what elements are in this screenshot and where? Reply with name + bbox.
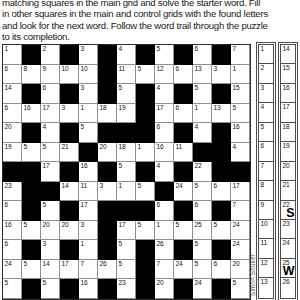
grid-cell-r10c1[interactable]: 16 bbox=[3, 221, 22, 241]
grid-cell-r10c10[interactable]: 5 bbox=[174, 221, 193, 241]
control-cell-7[interactable]: 7 bbox=[259, 162, 273, 181]
grid-cell-r10c11[interactable]: 25 bbox=[193, 221, 212, 241]
cell-number-label: 16 bbox=[283, 84, 290, 92]
grid-cell-r4c10[interactable]: 6 bbox=[174, 104, 193, 124]
cell-number-label: 7 bbox=[233, 45, 236, 53]
grid-cell-r12c2[interactable]: 5 bbox=[22, 260, 41, 280]
grid-cell-r13c1[interactable]: 5 bbox=[3, 279, 22, 299]
black-cell-r11c4 bbox=[60, 240, 79, 260]
grid-cell-r7c5[interactable]: 16 bbox=[79, 162, 98, 182]
cell-number-label: 24 bbox=[233, 240, 240, 248]
grid-cell-r13c9[interactable]: 20 bbox=[155, 279, 174, 299]
cell-number-label: 6 bbox=[43, 84, 46, 92]
grid-cell-r2c8[interactable]: 5 bbox=[136, 65, 155, 85]
grid-cell-r8c11[interactable]: 5 bbox=[193, 182, 212, 202]
instructions-text: matching squares in the main grid and so… bbox=[2, 0, 300, 43]
cell-number-label: 5 bbox=[81, 123, 84, 131]
grid-cell-r9c13[interactable]: 7 bbox=[231, 201, 250, 221]
cell-number-label: 6 bbox=[157, 123, 160, 131]
cell-number-label: 11 bbox=[81, 182, 87, 190]
grid-cell-r10c12[interactable]: 5 bbox=[212, 221, 231, 241]
cell-number-label: 5 bbox=[214, 221, 217, 229]
grid-cell-r12c12[interactable]: 6 bbox=[212, 260, 231, 280]
black-cell-r9c10 bbox=[174, 201, 193, 221]
cell-number-label: 16 bbox=[24, 104, 31, 112]
control-cell-4[interactable]: 4 bbox=[259, 103, 273, 122]
cell-number-label: 6 bbox=[261, 142, 264, 150]
grid-cell-r2c9[interactable]: 12 bbox=[155, 65, 174, 85]
control-cell-25[interactable]: 25W bbox=[281, 259, 295, 278]
grid-cell-r5c11[interactable]: 4 bbox=[193, 123, 212, 143]
cell-number-label: 18 bbox=[100, 104, 107, 112]
cell-number-label: 6 bbox=[5, 65, 8, 73]
grid-cell-r2c5[interactable]: 10 bbox=[79, 65, 98, 85]
grid-cell-r10c7[interactable]: 17 bbox=[117, 221, 136, 241]
cell-number-label: 18 bbox=[119, 143, 126, 151]
control-cell-24[interactable]: 24 bbox=[281, 239, 295, 258]
cell-number-label: 6 bbox=[5, 201, 8, 209]
grid-cell-r1c3[interactable]: 2 bbox=[41, 45, 60, 65]
grid-cell-r4c5[interactable]: 1 bbox=[79, 104, 98, 124]
control-cell-21[interactable]: 21 bbox=[281, 181, 295, 200]
black-cell-r3c4 bbox=[60, 84, 79, 104]
cell-number-label: 16 bbox=[5, 221, 12, 229]
black-cell-r6c12 bbox=[212, 143, 231, 163]
black-cell-r13c6 bbox=[98, 279, 117, 299]
grid-cell-r8c1[interactable]: 23 bbox=[3, 182, 22, 202]
grid-cell-r2c10[interactable]: 6 bbox=[174, 65, 193, 85]
cell-number-label: 1 bbox=[81, 240, 84, 248]
black-cell-r13c8 bbox=[136, 279, 155, 299]
grid-cell-r1c1[interactable]: 1 bbox=[3, 45, 22, 65]
grid-cell-r6c6[interactable]: 20 bbox=[98, 143, 117, 163]
cell-number-label: 9 bbox=[43, 65, 46, 73]
black-cell-r9c7 bbox=[117, 201, 136, 221]
grid-cell-r7c9[interactable]: 4 bbox=[155, 162, 174, 182]
grid-cell-r11c13[interactable]: 24 bbox=[231, 240, 250, 260]
cell-number-label: 6 bbox=[195, 45, 198, 53]
cell-number-label: 16 bbox=[233, 123, 240, 131]
grid-cell-r8c7[interactable]: 1 bbox=[117, 182, 136, 202]
cell-number-label: 5 bbox=[43, 279, 46, 287]
grid-cell-r13c5[interactable]: 16 bbox=[79, 279, 98, 299]
cell-number-label: 11 bbox=[176, 143, 182, 151]
cell-number-label: 5 bbox=[24, 143, 27, 151]
cell-number-label: 1 bbox=[81, 104, 84, 112]
control-cell-15[interactable]: 15 bbox=[281, 64, 295, 83]
control-grid-right: 141516171819202122S232425W26 bbox=[280, 44, 296, 299]
grid-cell-r6c3[interactable]: 5 bbox=[41, 143, 60, 163]
cell-number-label: 5 bbox=[43, 143, 46, 151]
cell-number-label: 1 bbox=[119, 182, 122, 190]
control-cell-3[interactable]: 3 bbox=[259, 84, 273, 103]
grid-cell-r2c4[interactable]: 10 bbox=[60, 65, 79, 85]
cell-number-label: 16 bbox=[157, 143, 164, 151]
control-cell-6[interactable]: 6 bbox=[259, 142, 273, 161]
cell-number-label: 2 bbox=[261, 64, 264, 72]
grid-cell-r8c4[interactable]: 14 bbox=[60, 182, 79, 202]
control-cell-5[interactable]: 5 bbox=[259, 123, 273, 142]
cell-number-label: 19 bbox=[5, 143, 12, 151]
black-cell-r5c6 bbox=[98, 123, 117, 143]
black-cell-r10c6 bbox=[98, 221, 117, 241]
cell-number-label: 12 bbox=[261, 259, 268, 267]
grid-cell-r5c1[interactable]: 20 bbox=[3, 123, 22, 143]
black-cell-r9c2 bbox=[22, 201, 41, 221]
cell-number-label: 24 bbox=[176, 182, 183, 190]
grid-cell-r6c10[interactable]: 11 bbox=[174, 143, 193, 163]
cell-number-label: 20 bbox=[43, 221, 50, 229]
grid-cell-r3c3[interactable]: 6 bbox=[41, 84, 60, 104]
cell-number-label: 17 bbox=[81, 201, 88, 209]
cell-number-label: 3 bbox=[43, 240, 46, 248]
cell-number-label: 11 bbox=[119, 65, 125, 73]
cell-number-label: 26 bbox=[283, 278, 290, 286]
grid-cell-r1c9[interactable]: 5 bbox=[155, 45, 174, 65]
cell-number-label: 6 bbox=[214, 182, 217, 190]
black-cell-r1c10 bbox=[174, 45, 193, 65]
grid-cell-r12c9[interactable]: 7 bbox=[155, 260, 174, 280]
cell-number-label: 5 bbox=[233, 279, 236, 287]
black-cell-r7c4 bbox=[60, 162, 79, 182]
cell-number-label: 1 bbox=[261, 45, 264, 53]
cell-number-label: 5 bbox=[138, 65, 141, 73]
grid-cell-r3c1[interactable]: 14 bbox=[3, 84, 22, 104]
control-cell-8[interactable]: 8 bbox=[259, 181, 273, 200]
grid-cell-r4c6[interactable]: 18 bbox=[98, 104, 117, 124]
cell-number-label: 18 bbox=[283, 123, 290, 131]
cell-number-label: 5 bbox=[119, 260, 122, 268]
grid-cell-r11c7[interactable]: 5 bbox=[117, 240, 136, 260]
cell-number-label: 10 bbox=[81, 65, 88, 73]
cell-number-label: 4 bbox=[195, 123, 198, 131]
black-cell-r9c12 bbox=[212, 201, 231, 221]
black-cell-r7c2 bbox=[22, 162, 41, 182]
control-cell-20[interactable]: 20 bbox=[281, 162, 295, 181]
cell-number-label: 14 bbox=[283, 45, 290, 53]
grid-cell-r3c9[interactable]: 4 bbox=[155, 84, 174, 104]
grid-cell-r4c13[interactable]: 5 bbox=[231, 104, 250, 124]
grid-cell-r12c11[interactable]: 5 bbox=[193, 260, 212, 280]
cell-number-label: 7 bbox=[233, 201, 236, 209]
black-cell-r8c3 bbox=[41, 182, 60, 202]
cell-number-label: 20 bbox=[100, 143, 107, 151]
grid-cell-r9c9[interactable]: 6 bbox=[155, 201, 174, 221]
grid-cell-r3c11[interactable]: 5 bbox=[193, 84, 212, 104]
grid-cell-r5c3[interactable]: 4 bbox=[41, 123, 60, 143]
black-cell-r4c8 bbox=[136, 104, 155, 124]
black-cell-r5c7 bbox=[117, 123, 136, 143]
cell-number-label: 17 bbox=[43, 104, 50, 112]
grid-cell-r5c9[interactable]: 6 bbox=[155, 123, 174, 143]
grid-cell-r4c7[interactable]: 19 bbox=[117, 104, 136, 124]
cell-number-label: 5 bbox=[24, 221, 27, 229]
cell-number-label: 14 bbox=[43, 260, 50, 268]
grid-cell-r2c7[interactable]: 11 bbox=[117, 65, 136, 85]
control-cell-18[interactable]: 18 bbox=[281, 123, 295, 142]
grid-cell-r13c3[interactable]: 5 bbox=[41, 279, 60, 299]
grid-cell-r10c8[interactable]: 5 bbox=[136, 221, 155, 241]
cell-number-label: 3 bbox=[81, 221, 84, 229]
control-cell-22[interactable]: 22S bbox=[281, 201, 295, 220]
cell-number-label: 8 bbox=[24, 65, 27, 73]
black-cell-r13c10 bbox=[174, 279, 193, 299]
grid-cell-r6c8[interactable]: 1 bbox=[136, 143, 155, 163]
grid-cell-r13c13[interactable]: 5 bbox=[231, 279, 250, 299]
grid-cell-r8c10[interactable]: 24 bbox=[174, 182, 193, 202]
cell-number-label: 5 bbox=[176, 221, 179, 229]
grid-cell-r10c4[interactable]: 20 bbox=[60, 221, 79, 241]
grid-cell-r8c12[interactable]: 6 bbox=[212, 182, 231, 202]
grid-cell-r6c13[interactable]: 4 bbox=[231, 143, 250, 163]
grid-cell-r10c5[interactable]: 3 bbox=[79, 221, 98, 241]
grid-cell-r10c2[interactable]: 5 bbox=[22, 221, 41, 241]
cell-number-label: 25 bbox=[195, 221, 202, 229]
starter-letter-W: W bbox=[283, 265, 295, 277]
cell-number-label: 2 bbox=[43, 45, 46, 53]
cell-number-label: 7 bbox=[81, 260, 84, 268]
black-cell-r1c2 bbox=[22, 45, 41, 65]
grid-cell-r13c7[interactable]: 23 bbox=[117, 279, 136, 299]
black-cell-r7c12 bbox=[212, 162, 231, 182]
black-cell-r13c12 bbox=[212, 279, 231, 299]
control-cell-10[interactable]: 10 bbox=[259, 220, 273, 239]
grid-cell-r1c13[interactable]: 7 bbox=[231, 45, 250, 65]
grid-cell-r12c13[interactable]: 20 bbox=[231, 260, 250, 280]
grid-cell-r6c4[interactable]: 21 bbox=[60, 143, 79, 163]
cell-number-label: 7 bbox=[157, 260, 160, 268]
grid-cell-r12c1[interactable]: 24 bbox=[3, 260, 22, 280]
grid-cell-r6c9[interactable]: 16 bbox=[155, 143, 174, 163]
cell-number-label: 1 bbox=[5, 45, 8, 53]
control-grid-left-frame: 12345678910111213 bbox=[256, 42, 276, 300]
grid-cell-r11c3[interactable]: 3 bbox=[41, 240, 60, 260]
grid-cell-r3c7[interactable]: 5 bbox=[117, 84, 136, 104]
black-cell-r3c10 bbox=[174, 84, 193, 104]
grid-cell-r8c5[interactable]: 11 bbox=[79, 182, 98, 202]
cell-number-label: 24 bbox=[283, 239, 290, 247]
cell-number-label: 5 bbox=[157, 45, 160, 53]
cell-number-label: 3 bbox=[214, 65, 217, 73]
grid-cell-r12c3[interactable]: 14 bbox=[41, 260, 60, 280]
grid-cell-r3c13[interactable]: 15 bbox=[231, 84, 250, 104]
grid-cell-r6c1[interactable]: 19 bbox=[3, 143, 22, 163]
control-cell-17[interactable]: 17 bbox=[281, 103, 295, 122]
grid-cell-r13c11[interactable]: 24 bbox=[193, 279, 212, 299]
control-cell-19[interactable]: 19 bbox=[281, 142, 295, 161]
grid-cell-r8c8[interactable]: 5 bbox=[136, 182, 155, 202]
cell-number-label: 16 bbox=[81, 162, 88, 170]
cell-number-label: 20 bbox=[233, 260, 240, 268]
black-cell-r8c2 bbox=[22, 182, 41, 202]
cell-number-label: 17 bbox=[157, 104, 164, 112]
cell-number-label: 5 bbox=[195, 260, 198, 268]
black-cell-r11c8 bbox=[136, 240, 155, 260]
grid-cell-r5c5[interactable]: 5 bbox=[79, 123, 98, 143]
cell-number-label: 5 bbox=[119, 84, 122, 92]
grid-cell-r11c9[interactable]: 26 bbox=[155, 240, 174, 260]
control-cell-12[interactable]: 12 bbox=[259, 259, 273, 278]
cell-number-label: 4 bbox=[157, 84, 160, 92]
grid-cell-r9c3[interactable]: 5 bbox=[41, 201, 60, 221]
grid-cell-r12c10[interactable]: 24 bbox=[174, 260, 193, 280]
cell-number-label: 3 bbox=[100, 182, 103, 190]
black-cell-r2c6 bbox=[98, 65, 117, 85]
grid-cell-r7c7[interactable]: 5 bbox=[117, 162, 136, 182]
cell-number-label: 8 bbox=[261, 181, 264, 189]
control-cell-23[interactable]: 23 bbox=[281, 220, 295, 239]
cell-number-label: 5 bbox=[195, 84, 198, 92]
cell-number-label: 19 bbox=[283, 142, 290, 150]
black-cell-r6c5 bbox=[79, 143, 98, 163]
cell-number-label: 6 bbox=[5, 104, 8, 112]
cell-number-label: 20 bbox=[5, 123, 12, 131]
grid-cell-r4c4[interactable]: 3 bbox=[60, 104, 79, 124]
grid-cell-r4c9[interactable]: 17 bbox=[155, 104, 174, 124]
instructions-line-3: and look for the next word. Follow the w… bbox=[2, 20, 300, 31]
grid-cell-r5c13[interactable]: 16 bbox=[231, 123, 250, 143]
cell-number-label: 1 bbox=[195, 104, 198, 112]
cell-number-label: 13 bbox=[261, 278, 268, 286]
grid-cell-r4c12[interactable]: 13 bbox=[212, 104, 231, 124]
grid-cell-r2c13[interactable]: 1 bbox=[231, 65, 250, 85]
cell-number-label: 10 bbox=[62, 65, 69, 73]
grid-cell-r1c7[interactable]: 4 bbox=[117, 45, 136, 65]
black-cell-r3c2 bbox=[22, 84, 41, 104]
cell-number-label: 5 bbox=[119, 240, 122, 248]
instructions-line-1: matching squares in the main grid and so… bbox=[2, 0, 300, 8]
grid-cell-r12c5[interactable]: 7 bbox=[79, 260, 98, 280]
grid-cell-r9c5[interactable]: 17 bbox=[79, 201, 98, 221]
grid-cell-r9c11[interactable]: 6 bbox=[193, 201, 212, 221]
cell-number-label: 17 bbox=[119, 221, 126, 229]
grid-cell-r6c2[interactable]: 5 bbox=[22, 143, 41, 163]
cell-number-label: 6 bbox=[195, 201, 198, 209]
grid-cell-r4c1[interactable]: 6 bbox=[3, 104, 22, 124]
black-cell-r7c13 bbox=[231, 162, 250, 182]
cell-number-label: 3 bbox=[81, 45, 84, 53]
grid-cell-r10c13[interactable]: 24 bbox=[231, 221, 250, 241]
cell-number-label: 5 bbox=[261, 123, 264, 131]
cell-number-label: 15 bbox=[283, 64, 290, 72]
grid-cell-r9c1[interactable]: 6 bbox=[3, 201, 22, 221]
black-cell-r11c12 bbox=[212, 240, 231, 260]
grid-cell-r2c12[interactable]: 3 bbox=[212, 65, 231, 85]
cell-number-label: 4 bbox=[43, 123, 46, 131]
control-cell-1[interactable]: 1 bbox=[259, 45, 273, 64]
control-cell-14[interactable]: 14 bbox=[281, 45, 295, 64]
grid-cell-r11c5[interactable]: 1 bbox=[79, 240, 98, 260]
grid-cell-r7c3[interactable]: 17 bbox=[41, 162, 60, 182]
cell-number-label: 20 bbox=[157, 279, 164, 287]
cell-number-label: 5 bbox=[233, 104, 236, 112]
cell-number-label: 4 bbox=[157, 162, 160, 170]
main-grid: 1234567689101011512613311463545156161731… bbox=[2, 44, 251, 300]
control-cell-16[interactable]: 16 bbox=[281, 84, 295, 103]
grid-cell-r8c6[interactable]: 3 bbox=[98, 182, 117, 202]
grid-cell-r4c3[interactable]: 17 bbox=[41, 104, 60, 124]
black-cell-r1c12 bbox=[212, 45, 231, 65]
cell-number-label: 5 bbox=[119, 162, 122, 170]
grid-cell-r8c13[interactable]: 17 bbox=[231, 182, 250, 202]
black-cell-r12c8 bbox=[136, 260, 155, 280]
grid-cell-r2c11[interactable]: 13 bbox=[193, 65, 212, 85]
cell-number-label: 5 bbox=[24, 260, 27, 268]
control-cell-13[interactable]: 13 bbox=[259, 278, 273, 297]
control-grid-right-frame: 141516171819202122S232425W26 bbox=[278, 42, 298, 300]
control-cell-11[interactable]: 11 bbox=[259, 239, 273, 258]
cell-number-label: 5 bbox=[5, 279, 8, 287]
cell-number-label: 5 bbox=[195, 182, 198, 190]
cell-number-label: 6 bbox=[214, 260, 217, 268]
grid-cell-r2c1[interactable]: 6 bbox=[3, 65, 22, 85]
grid-cell-r7c11[interactable]: 22 bbox=[193, 162, 212, 182]
cell-number-label: 4 bbox=[233, 143, 236, 151]
grid-cell-r3c5[interactable]: 3 bbox=[79, 84, 98, 104]
cell-number-label: 26 bbox=[100, 260, 107, 268]
grid-cell-r2c2[interactable]: 8 bbox=[22, 65, 41, 85]
cell-number-label: 17 bbox=[233, 182, 240, 190]
control-cell-26[interactable]: 26 bbox=[281, 278, 295, 297]
cell-number-label: 6 bbox=[5, 240, 8, 248]
black-cell-r6c11 bbox=[193, 143, 212, 163]
cell-number-label: 24 bbox=[5, 260, 12, 268]
grid-cell-r1c11[interactable]: 6 bbox=[193, 45, 212, 65]
grid-cell-r2c3[interactable]: 9 bbox=[41, 65, 60, 85]
grid-cell-r12c4[interactable]: 17 bbox=[60, 260, 79, 280]
grid-cell-r12c6[interactable]: 26 bbox=[98, 260, 117, 280]
black-cell-r7c10 bbox=[174, 162, 193, 182]
grid-cell-r1c5[interactable]: 3 bbox=[79, 45, 98, 65]
cell-number-label: 5 bbox=[43, 201, 46, 209]
black-cell-r11c2 bbox=[22, 240, 41, 260]
grid-cell-r6c7[interactable]: 18 bbox=[117, 143, 136, 163]
control-cell-9[interactable]: 9 bbox=[259, 201, 273, 220]
cell-number-label: 7 bbox=[261, 162, 264, 170]
grid-cell-r4c11[interactable]: 1 bbox=[193, 104, 212, 124]
cell-number-label: 23 bbox=[5, 182, 12, 190]
black-cell-r1c4 bbox=[60, 45, 79, 65]
cell-number-label: 13 bbox=[214, 104, 221, 112]
cell-number-label: 21 bbox=[62, 143, 69, 151]
grid-cell-r10c3[interactable]: 20 bbox=[41, 221, 60, 241]
cell-number-label: 13 bbox=[195, 65, 202, 73]
cell-number-label: 23 bbox=[119, 279, 126, 287]
starter-letter-S: S bbox=[286, 207, 294, 219]
control-cell-2[interactable]: 2 bbox=[259, 64, 273, 83]
grid-cell-r11c11[interactable]: 5 bbox=[193, 240, 212, 260]
cell-number-label: 22 bbox=[195, 162, 202, 170]
grid-cell-r4c2[interactable]: 16 bbox=[22, 104, 41, 124]
cell-number-label: 20 bbox=[62, 221, 69, 229]
grid-cell-r11c1[interactable]: 6 bbox=[3, 240, 22, 260]
black-cell-r7c8 bbox=[136, 162, 155, 182]
grid-cell-r12c7[interactable]: 5 bbox=[117, 260, 136, 280]
cell-number-label: 11 bbox=[261, 239, 267, 247]
black-cell-r7c1 bbox=[3, 162, 22, 182]
black-cell-r1c8 bbox=[136, 45, 155, 65]
black-cell-r8c9 bbox=[155, 182, 174, 202]
black-cell-r1c6 bbox=[98, 45, 117, 65]
black-cell-r5c4 bbox=[60, 123, 79, 143]
grid-cell-r10c9[interactable]: 1 bbox=[155, 221, 174, 241]
control-grid-left: 12345678910111213 bbox=[258, 44, 274, 299]
cell-number-label: 24 bbox=[195, 279, 202, 287]
cell-number-label: 14 bbox=[62, 182, 69, 190]
cell-number-label: 15 bbox=[233, 84, 240, 92]
cell-number-label: 4 bbox=[119, 45, 122, 53]
cell-number-label: 6 bbox=[176, 65, 179, 73]
